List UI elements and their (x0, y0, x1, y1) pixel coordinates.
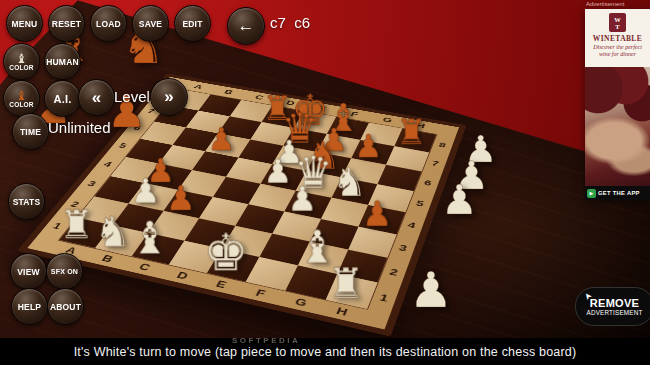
save-button[interactable]: SAVE (132, 5, 169, 42)
piece-white-pawn[interactable]: ♟ (131, 174, 161, 208)
app-window: ABCDEFGH ABCDEFGH 87654321 87654321 ♜♚♝♜… (0, 0, 650, 365)
piece-white-bishop[interactable]: ♝ (130, 216, 169, 261)
piece-white-king[interactable]: ♚ (203, 227, 248, 278)
piece-white-pawn[interactable]: ♟ (287, 182, 317, 216)
ad-brand-name: WINETABLE (585, 34, 650, 43)
captured-white-pawn: ♟ (409, 266, 453, 315)
black-piece-icon: ♝ (16, 90, 28, 101)
piece-black-pawn[interactable]: ♟ (354, 130, 382, 162)
time-button[interactable]: TIME (12, 113, 49, 150)
about-button[interactable]: ABOUT (47, 288, 84, 325)
winetable-logo: WT (609, 13, 626, 32)
piece-black-pawn[interactable]: ♟ (166, 181, 196, 215)
edit-button[interactable]: EDIT (174, 5, 211, 42)
sfx-toggle-button[interactable]: SFX ON (46, 253, 83, 290)
piece-white-rook[interactable]: ♜ (327, 263, 364, 305)
stats-button[interactable]: STATS (8, 183, 45, 220)
remove-advertisement-button[interactable]: ➤ REMOVE ADVERTISEMENT (575, 287, 650, 326)
level-down-button[interactable]: « (78, 79, 115, 116)
ai-button[interactable]: A.I. (44, 80, 81, 117)
piece-black-pawn[interactable]: ♟ (208, 123, 236, 155)
advertisement-label: Advertisement (586, 1, 624, 7)
load-button[interactable]: LOAD (90, 5, 127, 42)
ad-wine-photo (585, 67, 650, 186)
ad-cta-text: GET THE APP (598, 190, 640, 196)
human-button[interactable]: HUMAN (44, 43, 81, 80)
square-c1[interactable]: ♝ (132, 233, 185, 265)
softpedia-watermark: SOFTPEDIA (232, 336, 300, 345)
ad-tagline: Discover the perfectwine for dinner (585, 43, 650, 59)
view-button[interactable]: VIEW (10, 253, 47, 290)
time-value-label: Unlimited (48, 119, 111, 136)
black-color-button[interactable]: ♝ COLOR (3, 80, 40, 117)
last-move-text: c7 c6 (270, 14, 310, 31)
play-store-icon: ▶ (587, 189, 596, 198)
chevron-right-icon: » (164, 87, 174, 107)
status-bar: It's White's turn to move (tap piece to … (0, 338, 650, 365)
piece-black-rook[interactable]: ♜ (396, 115, 427, 150)
menu-button[interactable]: MENU (6, 5, 43, 42)
reset-button[interactable]: RESET (48, 5, 85, 42)
piece-black-pawn[interactable]: ♟ (362, 196, 393, 231)
ad-cta-bar[interactable]: ▶ GET THE APP (585, 186, 650, 200)
undo-arrow-icon: ← (237, 16, 254, 36)
advertisement-banner[interactable]: WT WINETABLE Discover the perfectwine fo… (585, 9, 650, 200)
piece-white-knight[interactable]: ♞ (94, 211, 131, 253)
white-color-button[interactable]: ♝ COLOR (3, 43, 40, 80)
level-up-button[interactable]: » (150, 78, 188, 116)
piece-white-rook[interactable]: ♜ (59, 205, 94, 245)
undo-button[interactable]: ← (227, 7, 265, 45)
captured-white-pawn: ♟ (441, 180, 478, 221)
chevron-left-icon: « (92, 88, 102, 108)
help-button[interactable]: HELP (11, 288, 48, 325)
turn-status-text: It's White's turn to move (tap piece to … (74, 345, 577, 359)
square-h8[interactable]: ♜ (394, 129, 436, 153)
white-piece-icon: ♝ (16, 53, 28, 64)
